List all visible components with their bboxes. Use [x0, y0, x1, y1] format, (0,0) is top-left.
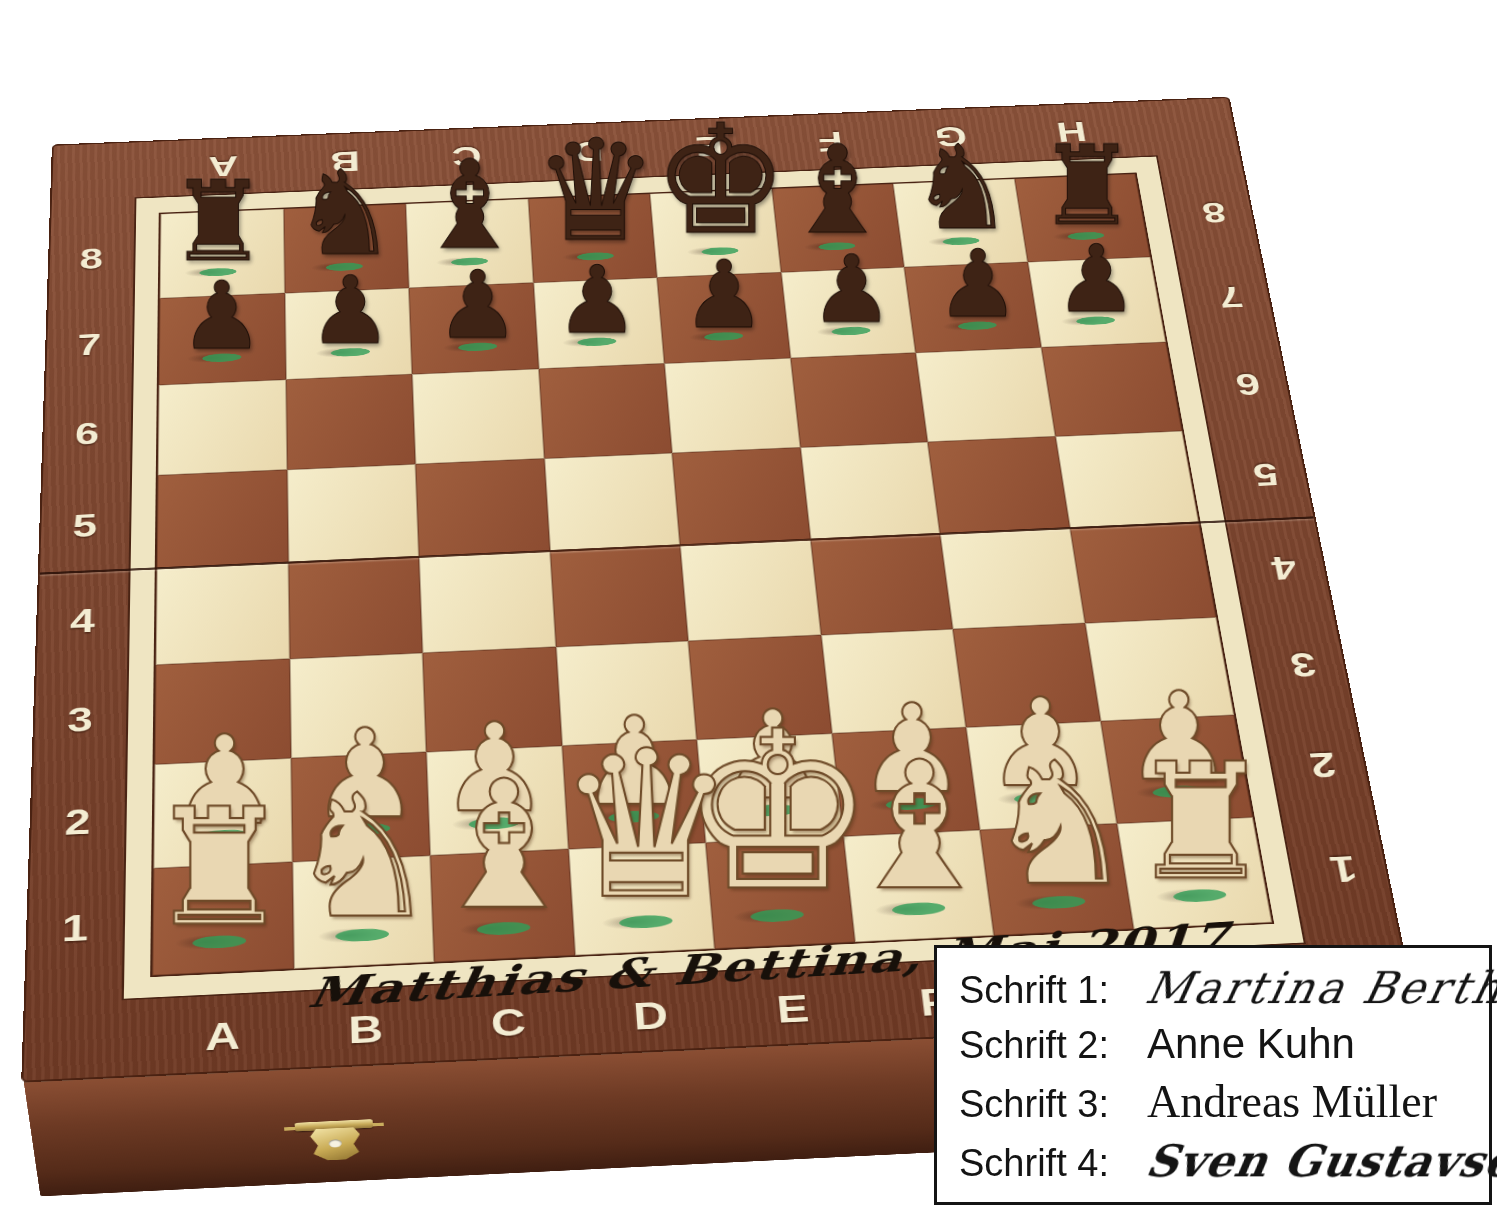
font-sample-row: Schrift 1: Martina Berthold	[959, 962, 1481, 1013]
file-label-top-d: D	[571, 135, 604, 167]
file-label-bottom-d: D	[632, 994, 671, 1038]
piece-black-pawn[interactable]: ♟	[97, 269, 348, 363]
chess-board: ABCDEFGHABCDEFGH1234567812345678 ♜♞♝♛♚♝♞…	[21, 97, 1417, 1083]
font-sample-row: Schrift 4: Sven Gustavson	[959, 1135, 1481, 1186]
product-photo-scene: ABCDEFGHABCDEFGH1234567812345678 ♜♞♝♛♚♝♞…	[0, 0, 1497, 1209]
file-label-bottom-e: E	[775, 987, 812, 1031]
font-label-4: Schrift 4:	[959, 1142, 1147, 1185]
font-sample-row: Schrift 2: Anne Kuhn	[959, 1020, 1481, 1068]
rank-label-right-7: 7	[1215, 280, 1246, 314]
file-label-top-e: E	[693, 130, 724, 162]
piece-black-rook[interactable]: ♜	[95, 166, 342, 277]
file-label-top-a: A	[207, 150, 238, 182]
brass-latch	[295, 1119, 376, 1162]
font-label-2: Schrift 2:	[959, 1024, 1147, 1067]
font-label-1: Schrift 1:	[959, 969, 1147, 1012]
file-label-bottom-a: A	[205, 1014, 241, 1059]
piece-white-rook[interactable]: ♜	[80, 787, 359, 948]
file-label-top-f: F	[815, 125, 845, 157]
file-label-bottom-c: C	[490, 1001, 528, 1045]
file-label-top-c: C	[450, 140, 482, 172]
font-sample-3: Andreas Müller	[1147, 1075, 1437, 1128]
rank-label-left-6: 6	[75, 416, 101, 452]
rank-label-left-5: 5	[72, 507, 98, 544]
rank-label-right-5: 5	[1249, 456, 1281, 492]
font-label-3: Schrift 3:	[959, 1083, 1147, 1126]
file-label-bottom-b: B	[348, 1008, 385, 1052]
font-sample-1: Martina Berthold	[1142, 962, 1497, 1013]
font-sample-box: Schrift 1: Martina Berthold Schrift 2: A…	[934, 945, 1492, 1205]
rank-label-left-8: 8	[79, 242, 104, 275]
piece-layer: ♜♞♝♛♚♝♞♜♟♟♟♟♟♟♟♟♟♟♟♟♟♟♟♟♜♞♝♛♚♝♞♜	[152, 174, 1272, 976]
rank-label-right-8: 8	[1199, 196, 1229, 229]
file-label-top-g: G	[932, 120, 969, 152]
rank-label-right-6: 6	[1232, 366, 1263, 401]
font-sample-2: Anne Kuhn	[1147, 1020, 1355, 1068]
latch-clasp-icon	[310, 1127, 362, 1161]
rank-label-left-7: 7	[77, 327, 102, 361]
font-sample-4: Sven Gustavson	[1143, 1135, 1497, 1186]
rank-label-right-4: 4	[1267, 549, 1300, 586]
font-sample-row: Schrift 3: Andreas Müller	[959, 1075, 1481, 1128]
rank-label-left-4: 4	[70, 602, 97, 640]
file-label-top-b: B	[328, 145, 359, 177]
file-label-top-h: H	[1053, 116, 1088, 148]
